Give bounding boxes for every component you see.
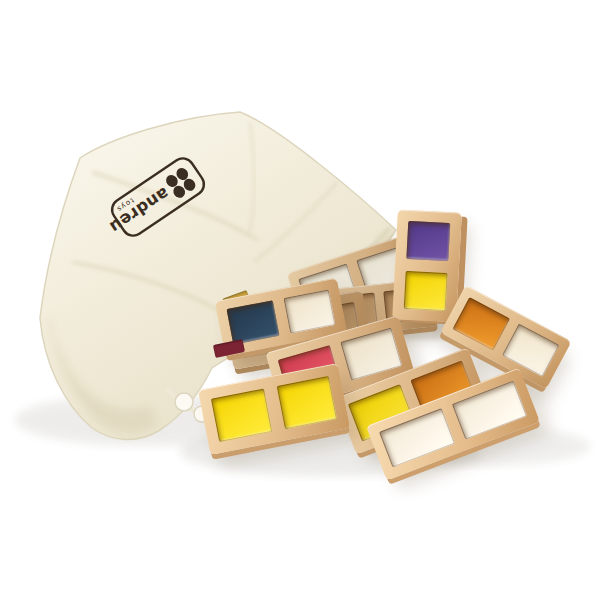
product-photo-scene: andreu toys: [0, 0, 600, 600]
window-clear: [502, 323, 560, 376]
window-yellow: [211, 389, 272, 442]
window-orange: [453, 297, 511, 350]
domino-purple-yellow: [392, 209, 462, 322]
window-yellow: [404, 271, 448, 311]
blocks-pile: [0, 0, 600, 600]
window-navy: [227, 300, 280, 344]
domino-yellow-yellow: [198, 363, 350, 455]
window-empty: [451, 380, 527, 439]
window-yellow: [276, 376, 337, 429]
window-clear: [340, 328, 402, 381]
window-clear: [283, 289, 336, 333]
window-purple: [406, 221, 450, 261]
window-empty: [379, 408, 455, 467]
